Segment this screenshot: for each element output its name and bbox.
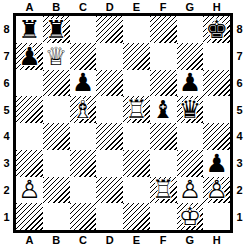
piece-glyph: ♖ — [125, 97, 147, 122]
file-label-e: E — [123, 0, 150, 13]
piece-black-pawn[interactable]: ♟♟ — [16, 43, 43, 70]
file-label-g: G — [177, 0, 204, 13]
piece-black-king[interactable]: ♚♚ — [203, 16, 230, 43]
square-c7[interactable] — [70, 43, 97, 70]
square-b2[interactable] — [43, 177, 70, 204]
file-label-f: F — [150, 0, 177, 13]
piece-white-rook[interactable]: ♜♖ — [123, 96, 150, 123]
square-a8[interactable]: ♜♜ — [16, 16, 43, 43]
piece-black-pawn[interactable]: ♟♟ — [70, 70, 97, 97]
rank-label-3: 3 — [233, 150, 246, 177]
rank-label-6: 6 — [233, 70, 246, 97]
square-e5[interactable]: ♜♖ — [123, 96, 150, 123]
piece-glyph: ♙ — [179, 177, 201, 202]
file-label-a: A — [16, 233, 43, 246]
rank-label-4: 4 — [0, 123, 13, 150]
square-f2[interactable]: ♜♖ — [150, 177, 177, 204]
piece-glyph: ♖ — [152, 177, 174, 202]
rank-label-6: 6 — [0, 70, 13, 97]
square-h4[interactable] — [203, 123, 230, 150]
file-label-b: B — [43, 233, 70, 246]
square-d6[interactable] — [96, 70, 123, 97]
rank-label-4: 4 — [233, 123, 246, 150]
file-label-h: H — [203, 0, 230, 13]
piece-white-pawn[interactable]: ♟♙ — [203, 177, 230, 204]
file-label-d: D — [96, 233, 123, 246]
piece-glyph: ♟ — [18, 44, 40, 69]
square-d2[interactable] — [96, 177, 123, 204]
piece-black-pawn[interactable]: ♟♟ — [177, 70, 204, 97]
square-a6[interactable] — [16, 70, 43, 97]
rank-label-8: 8 — [0, 16, 13, 43]
rank-label-8: 8 — [233, 16, 246, 43]
rank-label-1: 1 — [233, 203, 246, 230]
square-g1[interactable]: ♚♔ — [177, 203, 204, 230]
file-label-a: A — [16, 0, 43, 13]
square-g3[interactable] — [177, 150, 204, 177]
square-e7[interactable] — [123, 43, 150, 70]
file-label-h: H — [203, 233, 230, 246]
square-a1[interactable] — [16, 203, 43, 230]
rank-label-2: 2 — [233, 177, 246, 204]
square-h3[interactable]: ♟♟ — [203, 150, 230, 177]
square-c3[interactable] — [70, 150, 97, 177]
square-d5[interactable] — [96, 96, 123, 123]
file-label-f: F — [150, 233, 177, 246]
file-label-c: C — [70, 233, 97, 246]
square-a4[interactable] — [16, 123, 43, 150]
piece-glyph: ♙ — [18, 177, 40, 202]
square-d7[interactable] — [96, 43, 123, 70]
square-a7[interactable]: ♟♟ — [16, 43, 43, 70]
square-b8[interactable]: ♜♜ — [43, 16, 70, 43]
piece-glyph: ♝ — [152, 97, 174, 122]
piece-glyph: ♟ — [205, 151, 227, 176]
file-label-b: B — [43, 0, 70, 13]
rank-labels-left: 87654321 — [0, 16, 13, 230]
rank-label-5: 5 — [233, 96, 246, 123]
square-c2[interactable] — [70, 177, 97, 204]
rank-label-7: 7 — [233, 43, 246, 70]
square-c8[interactable] — [70, 16, 97, 43]
piece-glyph: ♔ — [179, 204, 201, 229]
square-e4[interactable] — [123, 123, 150, 150]
file-label-e: E — [123, 233, 150, 246]
square-f7[interactable] — [150, 43, 177, 70]
square-g8[interactable] — [177, 16, 204, 43]
piece-glyph: ♟ — [72, 70, 94, 95]
square-b1[interactable] — [43, 203, 70, 230]
square-d3[interactable] — [96, 150, 123, 177]
square-a3[interactable] — [16, 150, 43, 177]
square-d8[interactable] — [96, 16, 123, 43]
square-h2[interactable]: ♟♙ — [203, 177, 230, 204]
rank-label-2: 2 — [0, 177, 13, 204]
square-b6[interactable] — [43, 70, 70, 97]
square-b3[interactable] — [43, 150, 70, 177]
file-labels-bottom: ABCDEFGH — [16, 233, 230, 246]
square-g5[interactable]: ♛♛ — [177, 96, 204, 123]
piece-glyph: ♚ — [205, 17, 227, 42]
square-g7[interactable] — [177, 43, 204, 70]
board-frame: ♜♜♜♜♚♚♟♟♛♕♟♟♟♟♝♗♜♖♝♝♛♛♟♟♟♙♜♖♟♙♟♙♚♔ — [13, 13, 233, 233]
square-b5[interactable] — [43, 96, 70, 123]
square-c1[interactable] — [70, 203, 97, 230]
piece-white-bishop[interactable]: ♝♗ — [70, 96, 97, 123]
square-c6[interactable]: ♟♟ — [70, 70, 97, 97]
square-f6[interactable] — [150, 70, 177, 97]
square-d4[interactable] — [96, 123, 123, 150]
square-e6[interactable] — [123, 70, 150, 97]
square-a5[interactable] — [16, 96, 43, 123]
square-f8[interactable] — [150, 16, 177, 43]
piece-black-rook[interactable]: ♜♜ — [16, 16, 43, 43]
square-a2[interactable]: ♟♙ — [16, 177, 43, 204]
file-labels-top: ABCDEFGH — [16, 0, 230, 13]
file-label-g: G — [177, 233, 204, 246]
square-c4[interactable] — [70, 123, 97, 150]
piece-black-bishop[interactable]: ♝♝ — [150, 96, 177, 123]
square-e8[interactable] — [123, 16, 150, 43]
rank-label-1: 1 — [0, 203, 13, 230]
rank-labels-right: 87654321 — [233, 16, 246, 230]
file-label-c: C — [70, 0, 97, 13]
piece-black-rook[interactable]: ♜♜ — [43, 16, 70, 43]
square-h8[interactable]: ♚♚ — [203, 16, 230, 43]
rank-label-3: 3 — [0, 150, 13, 177]
square-h7[interactable] — [203, 43, 230, 70]
square-f3[interactable] — [150, 150, 177, 177]
piece-white-king[interactable]: ♚♔ — [177, 203, 204, 230]
piece-glyph: ♜ — [45, 17, 67, 42]
square-b4[interactable] — [43, 123, 70, 150]
piece-black-pawn[interactable]: ♟♟ — [203, 150, 230, 177]
piece-glyph: ♟ — [179, 70, 201, 95]
rank-label-5: 5 — [0, 96, 13, 123]
piece-black-queen[interactable]: ♛♛ — [177, 96, 204, 123]
square-e3[interactable] — [123, 150, 150, 177]
square-f4[interactable] — [150, 123, 177, 150]
piece-white-rook[interactable]: ♜♖ — [150, 177, 177, 204]
square-h1[interactable] — [203, 203, 230, 230]
piece-glyph: ♙ — [205, 177, 227, 202]
square-c5[interactable]: ♝♗ — [70, 96, 97, 123]
square-h6[interactable] — [203, 70, 230, 97]
chess-diagram: ABCDEFGH 87654321 ♜♜♜♜♚♚♟♟♛♕♟♟♟♟♝♗♜♖♝♝♛♛… — [0, 0, 246, 246]
file-label-d: D — [96, 0, 123, 13]
square-e2[interactable] — [123, 177, 150, 204]
piece-glyph: ♗ — [72, 97, 94, 122]
square-d1[interactable] — [96, 203, 123, 230]
square-h5[interactable] — [203, 96, 230, 123]
square-e1[interactable] — [123, 203, 150, 230]
piece-white-queen[interactable]: ♛♕ — [43, 43, 70, 70]
square-g2[interactable]: ♟♙ — [177, 177, 204, 204]
rank-label-7: 7 — [0, 43, 13, 70]
piece-glyph: ♛ — [179, 97, 201, 122]
square-b7[interactable]: ♛♕ — [43, 43, 70, 70]
piece-glyph: ♕ — [45, 44, 67, 69]
square-g6[interactable]: ♟♟ — [177, 70, 204, 97]
square-f1[interactable] — [150, 203, 177, 230]
board-grid: ♜♜♜♜♚♚♟♟♛♕♟♟♟♟♝♗♜♖♝♝♛♛♟♟♟♙♜♖♟♙♟♙♚♔ — [16, 16, 230, 230]
piece-white-pawn[interactable]: ♟♙ — [16, 177, 43, 204]
piece-glyph: ♜ — [18, 17, 40, 42]
square-g4[interactable] — [177, 123, 204, 150]
square-f5[interactable]: ♝♝ — [150, 96, 177, 123]
piece-white-pawn[interactable]: ♟♙ — [177, 177, 204, 204]
